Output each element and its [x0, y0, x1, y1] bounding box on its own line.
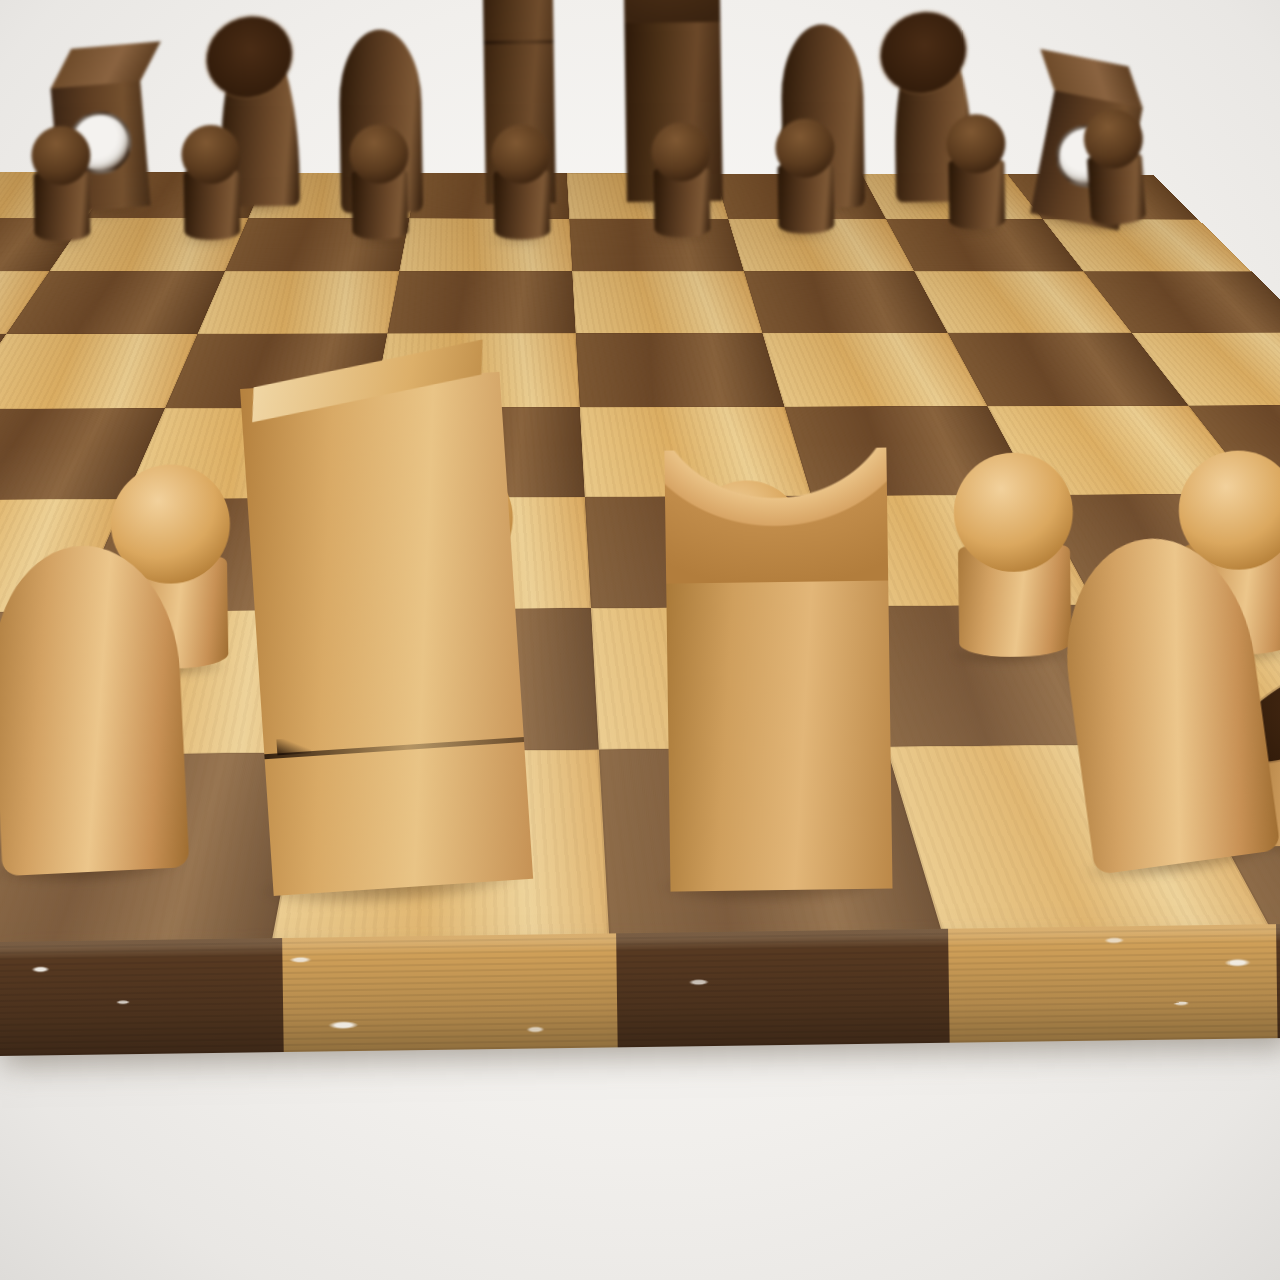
photo-scene: [0, 0, 1280, 1280]
piece-dark-pawn-f7: [775, 118, 836, 234]
piece-dark-pawn-d7: [491, 124, 552, 240]
piece-light-king-e1: [665, 448, 892, 892]
piece-dark-pawn-a7: [31, 126, 92, 242]
piece-dark-pawn-b7: [181, 125, 242, 241]
pieces-layer: [0, 0, 1280, 1280]
piece-dark-pawn-g7: [946, 114, 1007, 230]
piece-dark-pawn-c7: [349, 124, 410, 240]
piece-dark-pawn-e7: [651, 122, 712, 238]
piece-light-bishop-c1: [0, 542, 190, 876]
piece-light-queen-d1: [240, 372, 533, 896]
board-tilt-wrapper: [0, 0, 1280, 1280]
piece-dark-pawn-h7: [1082, 108, 1149, 227]
